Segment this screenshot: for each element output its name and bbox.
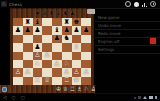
piece-r-f8: ♜	[63, 19, 69, 26]
black-piece-palette: ♚♛♜♝♞♟	[10, 8, 94, 18]
piece-R-f1: ♖	[63, 77, 69, 84]
square-a6[interactable]	[13, 35, 23, 43]
piece-P-c4: ♙	[34, 52, 40, 59]
menu-item-5[interactable]: Settings	[95, 46, 160, 54]
clock-outline-icon[interactable]	[150, 1, 156, 7]
clock-icon	[149, 96, 153, 99]
piece-b-c8: ♝	[34, 19, 40, 26]
square-h6[interactable]	[81, 35, 91, 43]
piece-B-g5: ♗	[73, 44, 79, 51]
palette-piece-q[interactable]: ♛	[41, 9, 48, 17]
square-e6[interactable]: ♟	[52, 35, 62, 43]
menu-panel: New gameUndo moveRedo moveEngine: offSet…	[95, 8, 160, 94]
square-c1[interactable]: ♖	[33, 77, 43, 85]
square-h1[interactable]	[81, 77, 91, 85]
palette-piece-k[interactable]: ♚	[34, 9, 41, 17]
white-piece-palette: ♔♕♖♗♘♙	[0, 85, 104, 93]
piece-Q-d1: ♕	[44, 77, 50, 84]
piece-P-h2: ♙	[83, 69, 89, 76]
piece-n-f6: ♞	[63, 35, 69, 42]
piece-p-b7: ♟	[24, 27, 30, 34]
square-b5[interactable]	[23, 43, 33, 51]
chess-board: ♜♝♜♚♟♟♟♝♟♟♟♟♞♟♗♙♙♘♙♘♙♙♙♙♙♖♕♖♔	[13, 18, 91, 85]
palette-piece-n[interactable]: ♞	[62, 9, 69, 17]
piece-p-e6: ♟	[54, 35, 60, 42]
square-g1[interactable]: ♔	[72, 77, 82, 85]
square-c7[interactable]: ♟	[33, 26, 43, 34]
piece-p-f7: ♟	[63, 27, 69, 34]
piece-N-f3: ♘	[63, 61, 69, 68]
piece-P-b2: ♙	[24, 69, 30, 76]
palette-piece-R[interactable]: ♖	[69, 85, 76, 93]
square-d1[interactable]: ♕	[42, 77, 52, 85]
piece-R-c1: ♖	[34, 77, 40, 84]
palette-piece-b[interactable]: ♝	[55, 9, 62, 17]
square-e2[interactable]	[52, 68, 62, 76]
palette-piece-N[interactable]: ♘	[83, 85, 90, 93]
notification-icon	[134, 97, 136, 99]
square-b1[interactable]	[23, 77, 33, 85]
piece-P-e3: ♙	[54, 61, 60, 68]
square-a5[interactable]	[13, 43, 23, 51]
square-e3[interactable]: ♙	[52, 60, 62, 68]
system-bar: ◁ ○ ▢	[0, 93, 160, 100]
status-icons	[134, 96, 157, 99]
nav-buttons: ◁ ○ ▢	[3, 95, 25, 101]
home-button[interactable]: ○	[11, 95, 15, 101]
square-d6[interactable]	[42, 35, 52, 43]
square-f1[interactable]: ♖	[62, 77, 72, 85]
palette-piece-p[interactable]: ♟	[69, 9, 76, 17]
back-button[interactable]: ◁	[3, 95, 6, 101]
menu-item-1[interactable]: New game	[95, 14, 160, 22]
recents-button[interactable]: ▢	[20, 95, 24, 101]
square-a4[interactable]	[13, 52, 23, 60]
square-f5[interactable]	[62, 43, 72, 51]
piece-p-c7: ♟	[34, 27, 40, 34]
square-f4[interactable]	[62, 52, 72, 60]
action-bar: ♘ Chess	[0, 0, 160, 8]
battery-icon	[155, 96, 157, 99]
square-e1[interactable]	[52, 77, 62, 85]
square-c3[interactable]: ♘	[33, 60, 43, 68]
piece-P-a2: ♙	[15, 69, 21, 76]
circle-filled-icon[interactable]	[134, 2, 139, 7]
square-d3[interactable]	[42, 60, 52, 68]
square-h7[interactable]: ♟	[81, 26, 91, 34]
palette-piece-K[interactable]: ♔	[55, 85, 62, 93]
piece-P-g2: ♙	[73, 69, 79, 76]
square-a7[interactable]: ♟	[13, 26, 23, 34]
square-h4[interactable]	[81, 52, 91, 60]
palette-piece-r[interactable]: ♜	[48, 9, 55, 17]
square-b7[interactable]: ♟	[23, 26, 33, 34]
square-h5[interactable]	[81, 43, 91, 51]
square-b4[interactable]	[23, 52, 33, 60]
square-h2[interactable]: ♙	[81, 68, 91, 76]
piece-P-d4: ♙	[44, 52, 50, 59]
square-g6[interactable]	[72, 35, 82, 43]
square-g4[interactable]	[72, 52, 82, 60]
square-f3[interactable]: ♘	[62, 60, 72, 68]
square-a3[interactable]	[13, 60, 23, 68]
app-title: Chess	[9, 2, 22, 7]
app-icon: ♘	[1, 1, 7, 7]
palette-piece-B[interactable]: ♗	[76, 85, 83, 93]
square-a1[interactable]	[13, 77, 23, 85]
red-indicator-icon[interactable]	[150, 38, 156, 44]
piece-b-e7: ♝	[54, 27, 60, 34]
square-b3[interactable]	[23, 60, 33, 68]
square-c6[interactable]	[33, 35, 43, 43]
notification-icon	[138, 96, 141, 99]
piece-P-f2: ♙	[63, 69, 69, 76]
square-c4[interactable]: ♙	[33, 52, 43, 60]
square-h3[interactable]	[81, 60, 91, 68]
square-a2[interactable]: ♙	[13, 68, 23, 76]
circle-outline-icon[interactable]	[125, 1, 131, 7]
piece-r-b8: ♜	[24, 19, 30, 26]
square-b6[interactable]	[23, 35, 33, 43]
action-bar-icons	[125, 1, 156, 7]
piece-k-g8: ♚	[73, 19, 79, 26]
piece-p-c5: ♟	[34, 44, 40, 51]
piece-p-a7: ♟	[15, 27, 21, 34]
square-g3[interactable]	[72, 60, 82, 68]
square-b2[interactable]: ♙	[23, 68, 33, 76]
signal-bars-icon[interactable]	[142, 2, 147, 7]
square-e4[interactable]	[52, 52, 62, 60]
palette-piece-Q[interactable]: ♕	[62, 85, 69, 93]
square-f6[interactable]: ♞	[62, 35, 72, 43]
menu-item-3[interactable]: Redo move	[95, 30, 160, 38]
square-d8[interactable]	[42, 18, 52, 26]
signal-icon	[143, 96, 147, 99]
piece-N-c3: ♘	[34, 61, 40, 68]
square-g5[interactable]: ♗	[72, 43, 82, 51]
menu-item-2[interactable]: Undo move	[95, 22, 160, 30]
square-e5[interactable]	[52, 43, 62, 51]
piece-p-g7: ♟	[73, 27, 79, 34]
square-g7[interactable]: ♟	[72, 26, 82, 34]
square-d4[interactable]: ♙	[42, 52, 52, 60]
piece-p-h7: ♟	[83, 27, 89, 34]
move-tool-icon[interactable]	[2, 87, 7, 92]
square-d7[interactable]	[42, 26, 52, 34]
piece-K-g1: ♔	[73, 77, 79, 84]
